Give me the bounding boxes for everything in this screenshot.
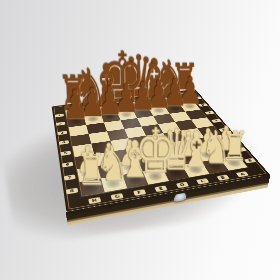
chess-board: HH11GG22FF33EE44DD55CC66BB77AA88 ♜♞♝♚♛♝♞… [52,89,270,211]
coord-plaque-left-3: 3 [57,131,67,135]
coord-plaque-near-C: C [196,178,209,184]
coord-plaque-near-G: G [111,193,124,200]
coord-plaque-left-6: 6 [62,162,73,168]
coord-plaque-near-E: E [155,185,168,192]
coord-plaque-near-D: D [176,182,189,188]
coord-plaque-left-8: 8 [66,188,78,195]
coord-plaque-left-5: 5 [60,151,71,156]
coord-plaque-left-7: 7 [64,174,76,180]
coord-plaque-near-A: A [236,171,249,177]
coord-plaque-left-4: 4 [59,140,69,145]
coord-plaque-right-3: 3 [204,111,214,115]
piece-white-rook[interactable]: ♜ [76,147,106,190]
chess-set-photo: HH11GG22FF33EE44DD55CC66BB77AA88 ♜♞♝♚♛♝♞… [0,0,280,280]
coord-plaque-near-H: H [88,197,101,204]
coord-plaque-right-2: 2 [198,103,208,106]
coord-plaque-near-B: B [216,175,229,181]
perspective-wrapper: HH11GG22FF33EE44DD55CC66BB77AA88 ♜♞♝♚♛♝♞… [0,0,280,280]
coord-plaque-left-2: 2 [56,122,66,126]
coord-plaque-near-F: F [133,189,146,196]
clasp-icon [174,193,185,202]
